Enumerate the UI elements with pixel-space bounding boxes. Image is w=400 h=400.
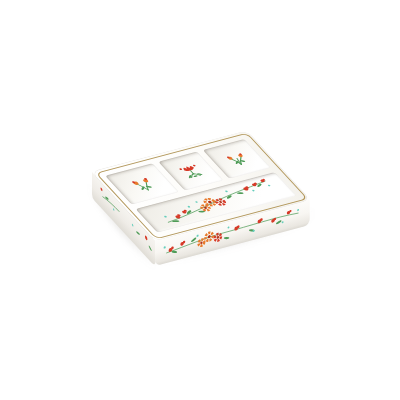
red-bud <box>179 168 183 170</box>
daisy-center <box>217 236 220 239</box>
leaf <box>145 185 151 188</box>
carnation-bloom <box>182 165 196 172</box>
red-bud <box>101 187 103 192</box>
leaf <box>148 245 152 251</box>
leaf <box>223 237 229 239</box>
left-compartment-flower <box>124 173 160 195</box>
leaf <box>193 175 198 177</box>
daisy-center <box>208 235 211 239</box>
red-bud <box>192 164 196 166</box>
leaf <box>276 220 282 225</box>
leaf <box>236 192 244 194</box>
teal-dot <box>113 208 114 211</box>
teal-dot <box>132 223 133 227</box>
daisy-cluster <box>199 230 221 247</box>
daisy-center <box>218 201 222 204</box>
daisy-center <box>200 241 202 244</box>
middle-compartment-flower <box>171 159 210 182</box>
leaf <box>140 186 144 190</box>
leaf <box>198 211 206 213</box>
right-compartment-flower <box>219 149 254 169</box>
product-photo-stage <box>0 0 400 400</box>
leaf <box>136 231 140 236</box>
red-bud <box>145 235 147 241</box>
